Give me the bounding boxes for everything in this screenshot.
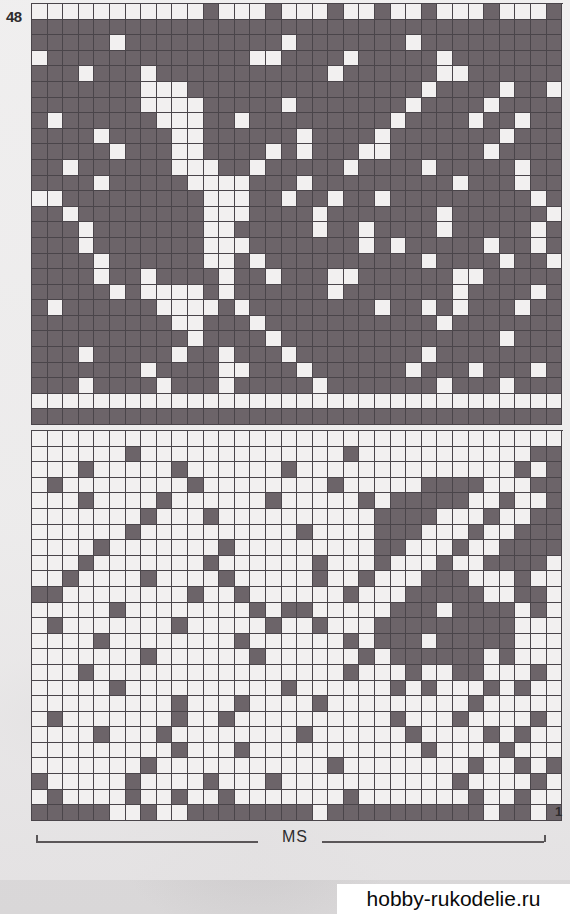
stitch-cell xyxy=(297,790,313,806)
stitch-cell xyxy=(141,665,157,681)
stitch-cell xyxy=(359,462,375,478)
stitch-cell xyxy=(204,4,220,20)
stitch-cell xyxy=(63,587,79,603)
stitch-cell xyxy=(126,603,142,619)
stitch-cell xyxy=(48,447,64,463)
stitch-cell xyxy=(172,378,188,394)
stitch-cell xyxy=(250,331,266,347)
stitch-cell xyxy=(126,144,142,160)
stitch-cell xyxy=(157,431,173,447)
stitch-cell xyxy=(141,525,157,541)
stitch-cell xyxy=(219,331,235,347)
stitch-cell xyxy=(235,618,251,634)
stitch-cell xyxy=(391,603,407,619)
stitch-cell xyxy=(422,665,438,681)
stitch-cell xyxy=(48,300,64,316)
stitch-cell xyxy=(32,447,48,463)
stitch-cell xyxy=(204,587,220,603)
stitch-cell xyxy=(32,207,48,223)
stitch-cell xyxy=(94,478,110,494)
stitch-cell xyxy=(48,634,64,650)
stitch-cell xyxy=(126,712,142,728)
stitch-cell xyxy=(469,540,485,556)
stitch-cell xyxy=(453,525,469,541)
stitch-cell xyxy=(344,603,360,619)
stitch-cell xyxy=(235,394,251,410)
stitch-cell xyxy=(375,285,391,301)
stitch-cell xyxy=(547,129,563,145)
stitch-cell xyxy=(437,571,453,587)
stitch-cell xyxy=(157,35,173,51)
stitch-cell xyxy=(94,525,110,541)
stitch-cell xyxy=(500,478,516,494)
stitch-cell xyxy=(235,509,251,525)
stitch-cell xyxy=(515,603,531,619)
stitch-cell xyxy=(391,556,407,572)
stitch-cell xyxy=(391,300,407,316)
stitch-cell xyxy=(422,727,438,743)
stitch-cell xyxy=(437,160,453,176)
stitch-cell xyxy=(344,238,360,254)
stitch-cell xyxy=(391,51,407,67)
stitch-cell xyxy=(359,727,375,743)
stitch-cell xyxy=(235,347,251,363)
stitch-cell xyxy=(204,20,220,36)
stitch-cell xyxy=(266,347,282,363)
stitch-cell xyxy=(204,191,220,207)
stitch-cell xyxy=(406,35,422,51)
stitch-cell xyxy=(375,207,391,223)
stitch-cell xyxy=(204,805,220,821)
stitch-cell xyxy=(422,331,438,347)
stitch-cell xyxy=(48,144,64,160)
stitch-cell xyxy=(266,269,282,285)
stitch-cell xyxy=(484,681,500,697)
stitch-cell xyxy=(188,363,204,379)
stitch-cell xyxy=(453,540,469,556)
stitch-cell xyxy=(110,727,126,743)
stitch-cell xyxy=(266,378,282,394)
stitch-cell xyxy=(266,20,282,36)
stitch-cell xyxy=(391,82,407,98)
stitch-cell xyxy=(391,113,407,129)
stitch-cell xyxy=(188,129,204,145)
stitch-cell xyxy=(94,805,110,821)
stitch-cell xyxy=(500,743,516,759)
stitch-cell xyxy=(204,743,220,759)
stitch-cell xyxy=(266,98,282,114)
stitch-cell xyxy=(250,300,266,316)
stitch-cell xyxy=(484,790,500,806)
stitch-cell xyxy=(219,394,235,410)
stitch-cell xyxy=(172,191,188,207)
stitch-cell xyxy=(547,4,563,20)
stitch-cell xyxy=(79,509,95,525)
stitch-cell xyxy=(484,160,500,176)
stitch-cell xyxy=(204,129,220,145)
stitch-cell xyxy=(235,603,251,619)
stitch-cell xyxy=(297,82,313,98)
stitch-cell xyxy=(437,113,453,129)
stitch-cell xyxy=(79,603,95,619)
stitch-cell xyxy=(328,681,344,697)
stitch-cell xyxy=(63,447,79,463)
stitch-cell xyxy=(453,316,469,332)
stitch-cell xyxy=(359,191,375,207)
stitch-cell xyxy=(531,649,547,665)
stitch-cell xyxy=(484,462,500,478)
stitch-cell xyxy=(328,207,344,223)
stitch-cell xyxy=(157,269,173,285)
stitch-cell xyxy=(500,222,516,238)
stitch-cell xyxy=(48,587,64,603)
stitch-cell xyxy=(63,696,79,712)
stitch-cell xyxy=(204,696,220,712)
stitch-cell xyxy=(453,447,469,463)
stitch-cell xyxy=(110,493,126,509)
stitch-cell xyxy=(63,712,79,728)
stitch-cell xyxy=(375,727,391,743)
stitch-cell xyxy=(94,743,110,759)
stitch-cell xyxy=(266,431,282,447)
stitch-cell xyxy=(406,144,422,160)
stitch-cell xyxy=(515,556,531,572)
stitch-cell xyxy=(204,238,220,254)
stitch-cell xyxy=(250,493,266,509)
stitch-cell xyxy=(422,35,438,51)
stitch-cell xyxy=(453,743,469,759)
stitch-cell xyxy=(406,649,422,665)
stitch-cell xyxy=(204,618,220,634)
stitch-cell xyxy=(266,331,282,347)
stitch-cell xyxy=(48,113,64,129)
stitch-cell xyxy=(453,66,469,82)
stitch-cell xyxy=(110,363,126,379)
stitch-cell xyxy=(266,790,282,806)
stitch-cell xyxy=(282,525,298,541)
stitch-cell xyxy=(141,587,157,603)
stitch-cell xyxy=(531,207,547,223)
stitch-cell xyxy=(188,447,204,463)
stitch-cell xyxy=(297,525,313,541)
stitch-cell xyxy=(141,238,157,254)
stitch-cell xyxy=(235,634,251,650)
stitch-cell xyxy=(375,269,391,285)
stitch-cell xyxy=(422,431,438,447)
stitch-cell xyxy=(469,238,485,254)
stitch-cell xyxy=(531,98,547,114)
stitch-cell xyxy=(547,525,563,541)
stitch-cell xyxy=(219,696,235,712)
stitch-cell xyxy=(204,66,220,82)
stitch-cell xyxy=(157,493,173,509)
stitch-cell xyxy=(344,649,360,665)
stitch-cell xyxy=(48,363,64,379)
stitch-cell xyxy=(547,681,563,697)
stitch-cell xyxy=(63,603,79,619)
stitch-cell xyxy=(110,540,126,556)
stitch-cell xyxy=(484,82,500,98)
stitch-cell xyxy=(126,363,142,379)
stitch-cell xyxy=(110,571,126,587)
stitch-cell xyxy=(141,409,157,425)
stitch-cell xyxy=(547,447,563,463)
stitch-cell xyxy=(313,665,329,681)
stitch-cell xyxy=(344,378,360,394)
stitch-cell xyxy=(313,462,329,478)
stitch-cell xyxy=(515,113,531,129)
stitch-cell xyxy=(547,618,563,634)
stitch-cell xyxy=(110,790,126,806)
stitch-cell xyxy=(204,774,220,790)
stitch-cell xyxy=(188,649,204,665)
stitch-cell xyxy=(344,20,360,36)
stitch-cell xyxy=(391,207,407,223)
stitch-cell xyxy=(344,540,360,556)
stitch-cell xyxy=(375,35,391,51)
stitch-cell xyxy=(531,525,547,541)
stitch-cell xyxy=(188,462,204,478)
stitch-cell xyxy=(328,649,344,665)
stitch-cell xyxy=(110,394,126,410)
stitch-cell xyxy=(32,758,48,774)
stitch-cell xyxy=(406,285,422,301)
stitch-cell xyxy=(266,696,282,712)
stitch-cell xyxy=(453,222,469,238)
stitch-cell xyxy=(48,254,64,270)
stitch-cell xyxy=(48,82,64,98)
stitch-cell xyxy=(110,98,126,114)
stitch-cell xyxy=(422,478,438,494)
stitch-cell xyxy=(453,129,469,145)
stitch-cell xyxy=(126,254,142,270)
stitch-cell xyxy=(515,238,531,254)
stitch-cell xyxy=(141,618,157,634)
stitch-cell xyxy=(94,316,110,332)
stitch-cell xyxy=(406,4,422,20)
stitch-cell xyxy=(313,207,329,223)
stitch-cell xyxy=(235,129,251,145)
stitch-cell xyxy=(250,696,266,712)
stitch-cell xyxy=(515,571,531,587)
stitch-cell xyxy=(172,681,188,697)
stitch-cell xyxy=(515,176,531,192)
stitch-cell xyxy=(313,696,329,712)
stitch-cell xyxy=(126,82,142,98)
stitch-cell xyxy=(157,331,173,347)
stitch-cell xyxy=(547,790,563,806)
stitch-cell xyxy=(157,790,173,806)
stitch-cell xyxy=(266,727,282,743)
stitch-cell xyxy=(500,409,516,425)
stitch-cell xyxy=(344,51,360,67)
stitch-cell xyxy=(406,222,422,238)
stitch-cell xyxy=(406,20,422,36)
stitch-cell xyxy=(453,431,469,447)
stitch-cell xyxy=(188,556,204,572)
stitch-cell xyxy=(469,758,485,774)
stitch-cell xyxy=(484,176,500,192)
stitch-cell xyxy=(63,758,79,774)
stitch-cell xyxy=(547,727,563,743)
stitch-cell xyxy=(484,4,500,20)
stitch-cell xyxy=(531,363,547,379)
stitch-cell xyxy=(391,98,407,114)
stitch-cell xyxy=(515,540,531,556)
stitch-cell xyxy=(282,285,298,301)
stitch-cell xyxy=(79,618,95,634)
stitch-cell xyxy=(484,222,500,238)
stitch-cell xyxy=(188,113,204,129)
stitch-cell xyxy=(453,618,469,634)
stitch-cell xyxy=(484,254,500,270)
stitch-cell xyxy=(250,347,266,363)
stitch-cell xyxy=(313,176,329,192)
stitch-cell xyxy=(469,571,485,587)
stitch-cell xyxy=(188,66,204,82)
stitch-cell xyxy=(453,285,469,301)
stitch-cell xyxy=(547,222,563,238)
stitch-cell xyxy=(531,222,547,238)
stitch-cell xyxy=(94,35,110,51)
stitch-cell xyxy=(157,509,173,525)
stitch-cell xyxy=(141,176,157,192)
stitch-cell xyxy=(391,462,407,478)
stitch-cell xyxy=(437,347,453,363)
stitch-cell xyxy=(422,160,438,176)
stitch-cell xyxy=(110,743,126,759)
stitch-cell xyxy=(188,431,204,447)
stitch-cell xyxy=(328,743,344,759)
stitch-cell xyxy=(204,176,220,192)
stitch-cell xyxy=(515,51,531,67)
stitch-cell xyxy=(157,727,173,743)
stitch-cell xyxy=(328,20,344,36)
stitch-cell xyxy=(406,493,422,509)
stitch-cell xyxy=(344,571,360,587)
stitch-cell xyxy=(469,331,485,347)
stitch-cell xyxy=(328,618,344,634)
stitch-cell xyxy=(437,254,453,270)
stitch-cell xyxy=(406,525,422,541)
stitch-cell xyxy=(157,758,173,774)
stitch-cell xyxy=(32,665,48,681)
stitch-cell xyxy=(204,478,220,494)
stitch-cell xyxy=(204,447,220,463)
stitch-cell xyxy=(204,634,220,650)
stitch-cell xyxy=(359,269,375,285)
stitch-cell xyxy=(391,394,407,410)
stitch-cell xyxy=(204,409,220,425)
stitch-cell xyxy=(110,35,126,51)
stitch-cell xyxy=(172,571,188,587)
stitch-cell xyxy=(297,4,313,20)
stitch-cell xyxy=(313,681,329,697)
stitch-cell xyxy=(219,743,235,759)
stitch-cell xyxy=(63,571,79,587)
stitch-cell xyxy=(344,727,360,743)
stitch-cell xyxy=(48,51,64,67)
stitch-cell xyxy=(344,556,360,572)
stitch-cell xyxy=(110,509,126,525)
stitch-cell xyxy=(48,681,64,697)
stitch-cell xyxy=(219,347,235,363)
stitch-cell xyxy=(63,113,79,129)
stitch-cell xyxy=(531,634,547,650)
stitch-cell xyxy=(250,681,266,697)
stitch-cell xyxy=(219,113,235,129)
stitch-cell xyxy=(328,727,344,743)
stitch-cell xyxy=(297,743,313,759)
stitch-cell xyxy=(110,300,126,316)
stitch-cell xyxy=(250,431,266,447)
stitch-cell xyxy=(531,712,547,728)
stitch-cell xyxy=(204,254,220,270)
stitch-cell xyxy=(297,144,313,160)
stitch-cell xyxy=(266,525,282,541)
stitch-cell xyxy=(94,98,110,114)
stitch-cell xyxy=(547,207,563,223)
stitch-cell xyxy=(94,556,110,572)
stitch-cell xyxy=(547,431,563,447)
stitch-cell xyxy=(157,462,173,478)
stitch-cell xyxy=(437,540,453,556)
stitch-cell xyxy=(422,556,438,572)
stitch-cell xyxy=(282,649,298,665)
stitch-cell xyxy=(359,447,375,463)
stitch-cell xyxy=(126,191,142,207)
stitch-cell xyxy=(500,634,516,650)
stitch-cell xyxy=(188,774,204,790)
stitch-cell xyxy=(453,774,469,790)
stitch-cell xyxy=(282,790,298,806)
stitch-cell xyxy=(235,20,251,36)
stitch-cell xyxy=(172,300,188,316)
stitch-cell xyxy=(157,285,173,301)
stitch-cell xyxy=(375,113,391,129)
stitch-cell xyxy=(79,66,95,82)
stitch-cell xyxy=(63,556,79,572)
stitch-cell xyxy=(204,363,220,379)
stitch-cell xyxy=(375,129,391,145)
stitch-cell xyxy=(359,618,375,634)
stitch-cell xyxy=(63,478,79,494)
stitch-cell xyxy=(297,238,313,254)
stitch-cell xyxy=(406,363,422,379)
stitch-cell xyxy=(282,493,298,509)
stitch-cell xyxy=(313,238,329,254)
stitch-cell xyxy=(375,525,391,541)
stitch-cell xyxy=(406,805,422,821)
stitch-cell xyxy=(344,696,360,712)
stitch-cell xyxy=(297,603,313,619)
stitch-cell xyxy=(437,587,453,603)
stitch-cell xyxy=(406,129,422,145)
stitch-cell xyxy=(250,805,266,821)
stitch-cell xyxy=(484,649,500,665)
stitch-cell xyxy=(344,113,360,129)
stitch-cell xyxy=(500,493,516,509)
stitch-cell xyxy=(94,4,110,20)
stitch-cell xyxy=(172,712,188,728)
stitch-cell xyxy=(547,378,563,394)
stitch-cell xyxy=(453,269,469,285)
stitch-cell xyxy=(531,618,547,634)
stitch-cell xyxy=(172,363,188,379)
stitch-cell xyxy=(250,35,266,51)
stitch-cell xyxy=(110,254,126,270)
stitch-cell xyxy=(204,51,220,67)
